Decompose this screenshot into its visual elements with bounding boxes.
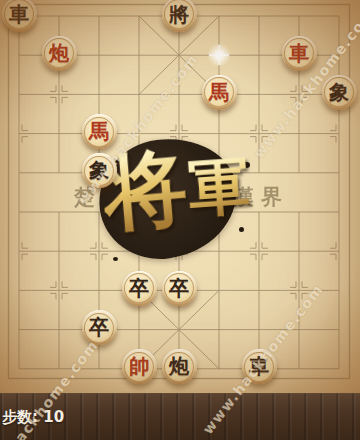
piece-glyph: 卒 [169, 275, 189, 302]
sparkle-effect [211, 47, 227, 63]
piece-black-f4r0[interactable]: 將 [162, 0, 197, 32]
piece-glyph: 炮 [169, 353, 189, 380]
piece-glyph: 車 [249, 353, 269, 380]
piece-red-f1r1[interactable]: 炮 [42, 36, 77, 71]
piece-black-f2r8[interactable]: 卒 [82, 310, 117, 345]
piece-glyph: 象 [329, 79, 349, 106]
piece-black-f0r0[interactable]: 車 [2, 0, 37, 32]
move-count-separator: : [32, 408, 43, 426]
river-text-chu: 楚 [74, 183, 95, 211]
piece-glyph: 馬 [209, 79, 229, 106]
move-count-label: 步数 [2, 408, 32, 426]
piece-black-f2r4[interactable]: 象 [82, 153, 117, 188]
piece-black-f4r7[interactable]: 卒 [162, 271, 197, 306]
bottom-bar: 步数: 10 [0, 393, 360, 440]
piece-black-f3r7[interactable]: 卒 [122, 271, 157, 306]
ink-dot [113, 257, 118, 261]
piece-black-f6r9[interactable]: 車 [242, 349, 277, 384]
piece-red-f3r9[interactable]: 帥 [122, 349, 157, 384]
logo-gold-char-jun: 軍 [186, 154, 252, 220]
piece-glyph: 將 [169, 1, 189, 28]
piece-glyph: 馬 [89, 118, 109, 145]
piece-black-f4r9[interactable]: 炮 [162, 349, 197, 384]
river-text-jie: 界 [261, 183, 282, 211]
move-count-value: 10 [43, 408, 64, 426]
piece-black-f8r2[interactable]: 象 [322, 75, 357, 110]
piece-glyph: 帥 [129, 353, 149, 380]
piece-red-f5r2[interactable]: 馬 [202, 75, 237, 110]
move-count: 步数: 10 [2, 408, 64, 427]
piece-red-f7r1[interactable]: 車 [282, 36, 317, 71]
piece-glyph: 象 [89, 157, 109, 184]
xiangqi-game-screen: 楚 河 漢 界 将 軍 車將炮車馬象馬象卒卒卒帥炮車 www.hackhome.… [0, 0, 360, 440]
ink-dot [239, 227, 244, 232]
piece-glyph: 卒 [129, 275, 149, 302]
piece-glyph: 車 [289, 40, 309, 67]
piece-red-f2r3[interactable]: 馬 [82, 114, 117, 149]
piece-glyph: 炮 [49, 40, 69, 67]
piece-glyph: 車 [9, 1, 29, 28]
piece-glyph: 卒 [89, 314, 109, 341]
logo-gold-char-jiang: 将 [99, 144, 190, 235]
